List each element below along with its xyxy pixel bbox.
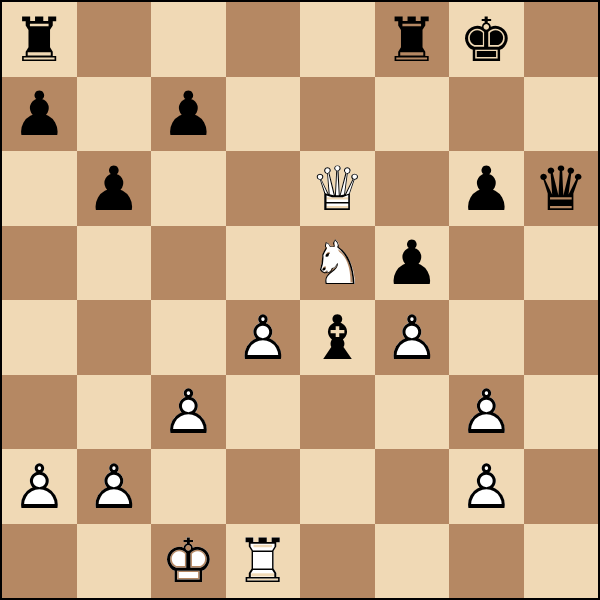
black-queen-icon: ♛ [524, 151, 599, 226]
square-g5[interactable] [449, 226, 524, 301]
square-e1[interactable] [300, 524, 375, 599]
white-knight-icon: ♞ [300, 226, 375, 301]
square-f3[interactable] [375, 375, 450, 450]
square-c8[interactable] [151, 2, 226, 77]
white-pawn-outline-icon: ♙ [449, 449, 524, 524]
black-pawn-icon: ♟ [151, 77, 226, 152]
square-e2[interactable] [300, 449, 375, 524]
square-c7[interactable]: ♟ [151, 77, 226, 152]
white-pawn-icon: ♟ [449, 449, 524, 524]
white-rook-icon: ♜ [226, 524, 301, 599]
square-a5[interactable] [2, 226, 77, 301]
square-h5[interactable] [524, 226, 599, 301]
square-a7[interactable]: ♟ [2, 77, 77, 152]
square-b5[interactable] [77, 226, 152, 301]
black-bishop-icon: ♝ [300, 300, 375, 375]
square-d2[interactable] [226, 449, 301, 524]
square-c6[interactable] [151, 151, 226, 226]
black-rook-icon: ♜ [2, 2, 77, 77]
square-f2[interactable] [375, 449, 450, 524]
chess-board: ♜♜♚♟♟♟♛♕♟♛♞♘♟♟♙♝♟♙♟♙♟♙♟♙♟♙♟♙♚♔♜♖ [0, 0, 600, 600]
white-pawn-icon: ♟ [375, 300, 450, 375]
square-e5[interactable]: ♞♘ [300, 226, 375, 301]
black-pawn-icon: ♟ [449, 151, 524, 226]
square-g7[interactable] [449, 77, 524, 152]
square-c4[interactable] [151, 300, 226, 375]
square-b8[interactable] [77, 2, 152, 77]
square-g4[interactable] [449, 300, 524, 375]
black-pawn-icon: ♟ [2, 77, 77, 152]
black-pawn-icon: ♟ [77, 151, 152, 226]
square-g8[interactable]: ♚ [449, 2, 524, 77]
square-g1[interactable] [449, 524, 524, 599]
square-b4[interactable] [77, 300, 152, 375]
white-pawn-icon: ♟ [151, 375, 226, 450]
square-c2[interactable] [151, 449, 226, 524]
square-b3[interactable] [77, 375, 152, 450]
square-a4[interactable] [2, 300, 77, 375]
square-a8[interactable]: ♜ [2, 2, 77, 77]
square-f4[interactable]: ♟♙ [375, 300, 450, 375]
white-rook-outline-icon: ♖ [226, 524, 301, 599]
square-a1[interactable] [2, 524, 77, 599]
white-pawn-icon: ♟ [449, 375, 524, 450]
square-e7[interactable] [300, 77, 375, 152]
square-d8[interactable] [226, 2, 301, 77]
white-pawn-outline-icon: ♙ [449, 375, 524, 450]
black-rook-icon: ♜ [375, 2, 450, 77]
square-e8[interactable] [300, 2, 375, 77]
square-b7[interactable] [77, 77, 152, 152]
square-d1[interactable]: ♜♖ [226, 524, 301, 599]
square-h6[interactable]: ♛ [524, 151, 599, 226]
square-c1[interactable]: ♚♔ [151, 524, 226, 599]
square-f5[interactable]: ♟ [375, 226, 450, 301]
square-c5[interactable] [151, 226, 226, 301]
square-h8[interactable] [524, 2, 599, 77]
square-b2[interactable]: ♟♙ [77, 449, 152, 524]
square-b6[interactable]: ♟ [77, 151, 152, 226]
square-d4[interactable]: ♟♙ [226, 300, 301, 375]
white-king-icon: ♚ [151, 524, 226, 599]
square-g6[interactable]: ♟ [449, 151, 524, 226]
square-d5[interactable] [226, 226, 301, 301]
black-king-icon: ♚ [449, 2, 524, 77]
square-a3[interactable] [2, 375, 77, 450]
square-h2[interactable] [524, 449, 599, 524]
white-queen-icon: ♛ [300, 151, 375, 226]
square-e4[interactable]: ♝ [300, 300, 375, 375]
white-queen-outline-icon: ♕ [300, 151, 375, 226]
white-pawn-icon: ♟ [77, 449, 152, 524]
square-g2[interactable]: ♟♙ [449, 449, 524, 524]
square-a6[interactable] [2, 151, 77, 226]
square-h4[interactable] [524, 300, 599, 375]
square-f8[interactable]: ♜ [375, 2, 450, 77]
square-e6[interactable]: ♛♕ [300, 151, 375, 226]
white-pawn-outline-icon: ♙ [226, 300, 301, 375]
white-pawn-icon: ♟ [226, 300, 301, 375]
black-pawn-icon: ♟ [375, 226, 450, 301]
square-d7[interactable] [226, 77, 301, 152]
square-a2[interactable]: ♟♙ [2, 449, 77, 524]
square-g3[interactable]: ♟♙ [449, 375, 524, 450]
square-d6[interactable] [226, 151, 301, 226]
square-h1[interactable] [524, 524, 599, 599]
white-king-outline-icon: ♔ [151, 524, 226, 599]
white-pawn-outline-icon: ♙ [375, 300, 450, 375]
white-knight-outline-icon: ♘ [300, 226, 375, 301]
square-b1[interactable] [77, 524, 152, 599]
square-h3[interactable] [524, 375, 599, 450]
square-d3[interactable] [226, 375, 301, 450]
square-f6[interactable] [375, 151, 450, 226]
white-pawn-outline-icon: ♙ [151, 375, 226, 450]
square-h7[interactable] [524, 77, 599, 152]
square-e3[interactable] [300, 375, 375, 450]
square-c3[interactable]: ♟♙ [151, 375, 226, 450]
white-pawn-outline-icon: ♙ [77, 449, 152, 524]
white-pawn-icon: ♟ [2, 449, 77, 524]
white-pawn-outline-icon: ♙ [2, 449, 77, 524]
square-f7[interactable] [375, 77, 450, 152]
square-f1[interactable] [375, 524, 450, 599]
